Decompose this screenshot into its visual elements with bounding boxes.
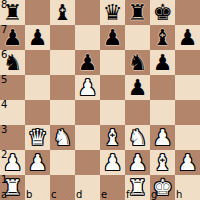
square-d3[interactable] [75, 125, 100, 150]
black-bishop[interactable]: ♝ [153, 25, 173, 50]
square-b4[interactable] [25, 100, 50, 125]
square-c5[interactable] [50, 75, 75, 100]
square-f5[interactable]: ♟ [125, 75, 150, 100]
white-bishop[interactable]: ♝ [153, 150, 173, 175]
square-g4[interactable] [150, 100, 175, 125]
square-e6[interactable] [100, 50, 125, 75]
square-a1[interactable]: ♜ [0, 175, 25, 200]
square-f6[interactable]: ♞ [125, 50, 150, 75]
square-g8[interactable]: ♚ [150, 0, 175, 25]
white-pawn[interactable]: ♟ [3, 150, 23, 175]
square-d5[interactable]: ♟ [75, 75, 100, 100]
square-b1[interactable] [25, 175, 50, 200]
square-b8[interactable] [25, 0, 50, 25]
black-pawn[interactable]: ♟ [178, 25, 198, 50]
square-e8[interactable]: ♛ [100, 0, 125, 25]
square-c3[interactable]: ♞ [50, 125, 75, 150]
square-d8[interactable] [75, 0, 100, 25]
square-b2[interactable]: ♟ [25, 150, 50, 175]
square-c1[interactable] [50, 175, 75, 200]
white-queen[interactable]: ♛ [28, 125, 48, 150]
white-knight[interactable]: ♞ [128, 125, 148, 150]
square-e3[interactable]: ♝ [100, 125, 125, 150]
white-pawn[interactable]: ♟ [28, 150, 48, 175]
black-knight[interactable]: ♞ [128, 50, 148, 75]
black-pawn[interactable]: ♟ [103, 25, 123, 50]
square-c8[interactable]: ♝ [50, 0, 75, 25]
square-b5[interactable] [25, 75, 50, 100]
square-d6[interactable]: ♟ [75, 50, 100, 75]
square-e5[interactable] [100, 75, 125, 100]
square-h3[interactable] [175, 125, 200, 150]
square-b3[interactable]: ♛ [25, 125, 50, 150]
square-e2[interactable]: ♟ [100, 150, 125, 175]
square-h2[interactable]: ♟ [175, 150, 200, 175]
square-h4[interactable] [175, 100, 200, 125]
square-f1[interactable]: ♜ [125, 175, 150, 200]
square-a4[interactable] [0, 100, 25, 125]
square-h7[interactable]: ♟ [175, 25, 200, 50]
square-d1[interactable] [75, 175, 100, 200]
white-bishop[interactable]: ♝ [103, 125, 123, 150]
square-g6[interactable]: ♟ [150, 50, 175, 75]
square-a7[interactable]: ♟ [0, 25, 25, 50]
black-pawn[interactable]: ♟ [28, 25, 48, 50]
square-d2[interactable] [75, 150, 100, 175]
square-e4[interactable] [100, 100, 125, 125]
white-rook[interactable]: ♜ [3, 175, 23, 200]
square-c4[interactable] [50, 100, 75, 125]
square-g2[interactable]: ♝ [150, 150, 175, 175]
square-f7[interactable] [125, 25, 150, 50]
black-rook[interactable]: ♜ [128, 0, 148, 25]
square-f3[interactable]: ♞ [125, 125, 150, 150]
square-f2[interactable]: ♟ [125, 150, 150, 175]
white-rook[interactable]: ♜ [128, 175, 148, 200]
black-bishop[interactable]: ♝ [53, 0, 73, 25]
white-pawn[interactable]: ♟ [78, 75, 98, 100]
white-king[interactable]: ♚ [153, 175, 173, 200]
black-pawn[interactable]: ♟ [78, 50, 98, 75]
square-c2[interactable] [50, 150, 75, 175]
square-h1[interactable] [175, 175, 200, 200]
square-g7[interactable]: ♝ [150, 25, 175, 50]
white-pawn[interactable]: ♟ [103, 150, 123, 175]
chess-board: ♜♝♛♜♚♟♟♟♝♟♞♟♞♟♟♟♛♞♝♞♟♟♟♟♟♝♟♜♜♚87654321ab… [0, 0, 200, 200]
square-c6[interactable] [50, 50, 75, 75]
square-g1[interactable]: ♚ [150, 175, 175, 200]
square-d4[interactable] [75, 100, 100, 125]
square-b7[interactable]: ♟ [25, 25, 50, 50]
square-e1[interactable] [100, 175, 125, 200]
square-b6[interactable] [25, 50, 50, 75]
white-pawn[interactable]: ♟ [178, 150, 198, 175]
square-c7[interactable] [50, 25, 75, 50]
white-pawn[interactable]: ♟ [153, 125, 173, 150]
square-a3[interactable] [0, 125, 25, 150]
black-knight[interactable]: ♞ [3, 50, 23, 75]
square-a8[interactable]: ♜ [0, 0, 25, 25]
square-h6[interactable] [175, 50, 200, 75]
square-a2[interactable]: ♟ [0, 150, 25, 175]
black-pawn[interactable]: ♟ [153, 50, 173, 75]
black-rook[interactable]: ♜ [3, 0, 23, 25]
square-a6[interactable]: ♞ [0, 50, 25, 75]
black-king[interactable]: ♚ [153, 0, 173, 25]
black-pawn[interactable]: ♟ [128, 75, 148, 100]
square-f4[interactable] [125, 100, 150, 125]
square-h5[interactable] [175, 75, 200, 100]
square-e7[interactable]: ♟ [100, 25, 125, 50]
square-g5[interactable] [150, 75, 175, 100]
square-a5[interactable] [0, 75, 25, 100]
square-h8[interactable] [175, 0, 200, 25]
black-pawn[interactable]: ♟ [3, 25, 23, 50]
square-d7[interactable] [75, 25, 100, 50]
white-knight[interactable]: ♞ [53, 125, 73, 150]
square-f8[interactable]: ♜ [125, 0, 150, 25]
white-pawn[interactable]: ♟ [128, 150, 148, 175]
square-g3[interactable]: ♟ [150, 125, 175, 150]
black-queen[interactable]: ♛ [103, 0, 123, 25]
